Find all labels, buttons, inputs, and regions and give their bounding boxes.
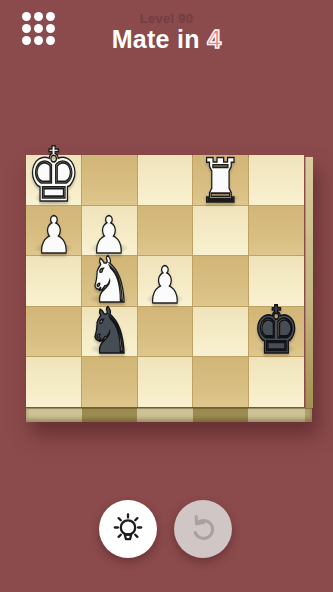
board-square-r3-c4[interactable]	[193, 256, 248, 306]
white-pawn[interactable]: ♟	[26, 206, 81, 256]
white-king[interactable]: ♚	[26, 155, 81, 205]
board-square-r2-c5[interactable]	[249, 206, 304, 256]
objective-move-count: 4	[207, 25, 221, 53]
black-king-glyph: ♚	[253, 304, 300, 357]
objective-prefix: Mate in	[112, 25, 207, 53]
board-front-edge	[26, 408, 312, 422]
white-rook[interactable]: ♜	[193, 155, 248, 205]
lightbulb-hint-icon	[108, 509, 148, 549]
white-pawn-glyph: ♟	[147, 265, 184, 306]
board-square-r1-c5[interactable]	[249, 155, 304, 205]
board-square-r5-c4[interactable]	[193, 357, 248, 407]
board-square-r2-c3[interactable]	[138, 206, 193, 256]
white-pawn[interactable]: ♟	[138, 256, 193, 306]
board-square-r4-c4[interactable]	[193, 307, 248, 357]
white-rook-glyph: ♜	[199, 156, 243, 205]
chess-board: ♚♜♟♟♞♟♞♚	[26, 155, 312, 421]
black-knight[interactable]: ♞	[82, 307, 137, 357]
level-label: Level 90	[0, 11, 333, 26]
board-square-r1-c2[interactable]	[82, 155, 137, 205]
black-king[interactable]: ♚	[249, 307, 304, 357]
undo-button[interactable]	[174, 500, 232, 558]
white-king-glyph: ♚	[26, 145, 80, 206]
hint-button[interactable]	[99, 500, 157, 558]
white-pawn-glyph: ♟	[35, 215, 72, 256]
board-square-r5-c1[interactable]	[26, 357, 81, 407]
board-right-edge	[305, 157, 313, 408]
undo-arrow-icon	[183, 509, 223, 549]
black-knight-glyph: ♞	[86, 306, 132, 357]
board-square-r5-c3[interactable]	[138, 357, 193, 407]
puzzle-objective-title: Mate in 4	[0, 25, 333, 54]
board-square-r1-c3[interactable]	[138, 155, 193, 205]
board-square-r4-c1[interactable]	[26, 307, 81, 357]
